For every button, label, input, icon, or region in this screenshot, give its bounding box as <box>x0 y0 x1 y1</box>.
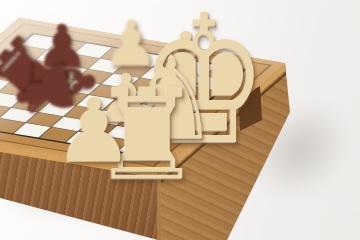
white-pawn: ♟ <box>55 87 134 175</box>
pieces-layer: ♟♜♝♟♟♝♚♟♞♜♟ <box>0 0 360 240</box>
photo-chess-travel-set: ♟♜♝♟♟♝♚♟♞♜♟ <box>0 0 360 240</box>
